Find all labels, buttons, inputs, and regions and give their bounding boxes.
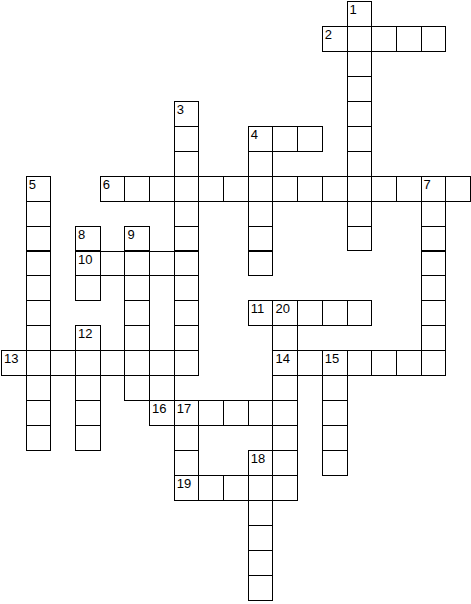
grid-cell[interactable] xyxy=(272,475,298,501)
clue-number: 11 xyxy=(249,301,273,316)
grid-cell[interactable] xyxy=(174,126,200,152)
grid-cell[interactable] xyxy=(322,375,348,401)
grid-cell[interactable] xyxy=(421,350,447,376)
clue-number: 9 xyxy=(125,227,149,242)
grid-cell[interactable] xyxy=(248,176,274,202)
grid-cell[interactable] xyxy=(100,251,126,277)
grid-cell[interactable] xyxy=(248,475,274,501)
grid-cell[interactable] xyxy=(100,350,126,376)
grid-cell[interactable]: 11 xyxy=(248,300,274,326)
grid-cell[interactable] xyxy=(396,176,422,202)
grid-cell[interactable] xyxy=(396,350,422,376)
grid-cell[interactable]: 6 xyxy=(100,176,126,202)
grid-cell[interactable] xyxy=(149,350,175,376)
grid-cell[interactable] xyxy=(297,176,323,202)
grid-cell[interactable] xyxy=(174,275,200,301)
grid-cell[interactable] xyxy=(174,226,200,252)
grid-cell[interactable] xyxy=(272,400,298,426)
grid-cell[interactable] xyxy=(396,26,422,52)
grid-cell[interactable] xyxy=(174,151,200,177)
grid-cell[interactable] xyxy=(198,400,224,426)
grid-cell[interactable] xyxy=(347,300,373,326)
grid-cell[interactable] xyxy=(26,275,52,301)
clue-number: 16 xyxy=(150,401,174,416)
grid-cell[interactable] xyxy=(248,550,274,576)
grid-cell[interactable] xyxy=(248,400,274,426)
clue-number: 15 xyxy=(323,351,347,366)
clue-number: 5 xyxy=(27,177,51,192)
grid-cell[interactable] xyxy=(198,475,224,501)
grid-cell[interactable] xyxy=(272,375,298,401)
clue-number: 19 xyxy=(175,476,199,491)
grid-cell[interactable] xyxy=(421,251,447,277)
grid-cell[interactable] xyxy=(248,151,274,177)
grid-cell[interactable]: 17 xyxy=(174,400,200,426)
grid-cell[interactable] xyxy=(347,151,373,177)
grid-cell[interactable] xyxy=(198,176,224,202)
grid-cell[interactable] xyxy=(75,375,101,401)
grid-cell[interactable] xyxy=(371,176,397,202)
grid-cell[interactable] xyxy=(248,201,274,227)
clue-number: 20 xyxy=(273,301,297,316)
grid-cell[interactable] xyxy=(124,300,150,326)
clue-number: 10 xyxy=(76,252,100,267)
grid-cell[interactable] xyxy=(149,251,175,277)
grid-cell[interactable] xyxy=(26,325,52,351)
grid-cell[interactable] xyxy=(347,226,373,252)
grid-cell[interactable]: 1 xyxy=(347,1,373,27)
grid-cell[interactable] xyxy=(26,251,52,277)
clue-number: 13 xyxy=(2,351,26,366)
grid-cell[interactable] xyxy=(174,251,200,277)
grid-cell[interactable] xyxy=(149,176,175,202)
clue-number: 6 xyxy=(101,177,125,192)
grid-cell[interactable] xyxy=(347,126,373,152)
grid-cell[interactable] xyxy=(421,26,447,52)
grid-cell[interactable] xyxy=(50,350,76,376)
grid-cell[interactable] xyxy=(75,425,101,451)
grid-cell[interactable] xyxy=(347,176,373,202)
grid-cell[interactable] xyxy=(347,101,373,127)
grid-cell[interactable] xyxy=(174,201,200,227)
grid-cell[interactable] xyxy=(371,26,397,52)
grid-cell[interactable] xyxy=(371,350,397,376)
grid-cell[interactable] xyxy=(347,26,373,52)
grid-cell[interactable] xyxy=(272,176,298,202)
grid-cell[interactable]: 16 xyxy=(149,400,175,426)
grid-cell[interactable] xyxy=(347,51,373,77)
grid-cell[interactable] xyxy=(297,300,323,326)
grid-cell[interactable] xyxy=(347,201,373,227)
clue-number: 3 xyxy=(175,102,199,117)
grid-cell[interactable] xyxy=(223,400,249,426)
grid-cell[interactable] xyxy=(26,400,52,426)
grid-cell[interactable] xyxy=(297,350,323,376)
grid-cell[interactable] xyxy=(297,126,323,152)
grid-cell[interactable] xyxy=(322,400,348,426)
grid-cell[interactable] xyxy=(174,176,200,202)
grid-cell[interactable] xyxy=(421,201,447,227)
grid-cell[interactable] xyxy=(322,300,348,326)
grid-cell[interactable]: 20 xyxy=(272,300,298,326)
grid-cell[interactable] xyxy=(421,325,447,351)
grid-cell[interactable] xyxy=(26,226,52,252)
grid-cell[interactable] xyxy=(248,226,274,252)
grid-cell[interactable] xyxy=(26,201,52,227)
clue-number: 4 xyxy=(249,127,273,142)
grid-cell[interactable] xyxy=(26,425,52,451)
grid-cell[interactable] xyxy=(322,425,348,451)
clue-number: 12 xyxy=(76,326,100,341)
grid-cell[interactable] xyxy=(248,500,274,526)
grid-cell[interactable] xyxy=(272,425,298,451)
grid-cell[interactable] xyxy=(75,400,101,426)
grid-cell[interactable] xyxy=(174,325,200,351)
grid-cell[interactable] xyxy=(75,350,101,376)
grid-cell[interactable] xyxy=(26,350,52,376)
grid-cell[interactable] xyxy=(124,375,150,401)
grid-cell[interactable] xyxy=(223,475,249,501)
grid-cell[interactable] xyxy=(421,275,447,301)
grid-cell[interactable] xyxy=(421,300,447,326)
grid-cell[interactable]: 10 xyxy=(75,251,101,277)
grid-cell[interactable] xyxy=(174,425,200,451)
grid-cell[interactable] xyxy=(26,300,52,326)
clue-number: 18 xyxy=(249,451,273,466)
grid-cell[interactable] xyxy=(347,76,373,102)
grid-cell[interactable] xyxy=(174,300,200,326)
grid-cell[interactable]: 14 xyxy=(272,350,298,376)
grid-cell[interactable]: 13 xyxy=(1,350,27,376)
crossword-grid: 1234567891011201213141516171819 xyxy=(0,0,471,604)
grid-cell[interactable]: 7 xyxy=(421,176,447,202)
grid-cell[interactable] xyxy=(272,126,298,152)
grid-cell[interactable]: 9 xyxy=(124,226,150,252)
grid-cell[interactable]: 19 xyxy=(174,475,200,501)
grid-cell[interactable] xyxy=(174,450,200,476)
grid-cell[interactable] xyxy=(223,176,249,202)
grid-cell[interactable] xyxy=(445,176,471,202)
grid-cell[interactable] xyxy=(248,251,274,277)
grid-cell[interactable]: 15 xyxy=(322,350,348,376)
grid-cell[interactable] xyxy=(272,450,298,476)
grid-cell[interactable]: 18 xyxy=(248,450,274,476)
grid-cell[interactable] xyxy=(347,350,373,376)
grid-cell[interactable] xyxy=(149,375,175,401)
grid-cell[interactable] xyxy=(322,450,348,476)
clue-number: 17 xyxy=(175,401,199,416)
grid-cell[interactable] xyxy=(421,226,447,252)
clue-number: 8 xyxy=(76,227,100,242)
grid-cell[interactable] xyxy=(124,350,150,376)
grid-cell[interactable]: 5 xyxy=(26,176,52,202)
grid-cell[interactable] xyxy=(124,325,150,351)
grid-cell[interactable] xyxy=(124,251,150,277)
grid-cell[interactable] xyxy=(124,176,150,202)
grid-cell[interactable] xyxy=(26,375,52,401)
grid-cell[interactable] xyxy=(272,325,298,351)
grid-cell[interactable] xyxy=(124,275,150,301)
grid-cell[interactable]: 2 xyxy=(322,26,348,52)
clue-number: 1 xyxy=(348,2,372,17)
grid-cell[interactable] xyxy=(248,575,274,601)
grid-cell[interactable]: 4 xyxy=(248,126,274,152)
grid-cell[interactable] xyxy=(322,176,348,202)
clue-number: 7 xyxy=(422,177,446,192)
clue-number: 2 xyxy=(323,27,347,42)
grid-cell[interactable] xyxy=(174,350,200,376)
grid-cell[interactable]: 12 xyxy=(75,325,101,351)
grid-cell[interactable] xyxy=(75,275,101,301)
grid-cell[interactable]: 8 xyxy=(75,226,101,252)
clue-number: 14 xyxy=(273,351,297,366)
grid-cell[interactable] xyxy=(248,525,274,551)
grid-cell[interactable]: 3 xyxy=(174,101,200,127)
